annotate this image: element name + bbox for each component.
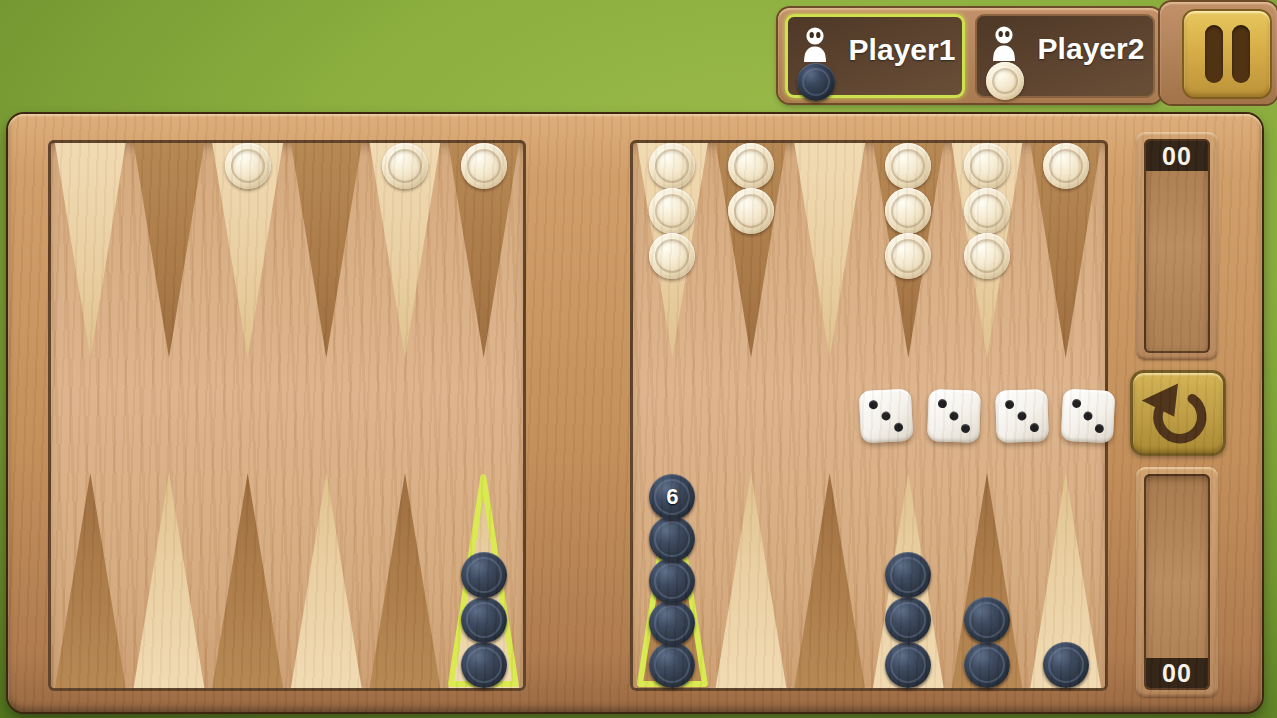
die-pip (1017, 411, 1026, 420)
borne-off-count-bottom: 00 (1146, 658, 1208, 688)
die-2-value-3 (927, 389, 981, 443)
point-top-left-3[interactable] (208, 143, 287, 358)
die-pip (961, 424, 970, 433)
quadrant-bottom-right: 6 (633, 473, 1105, 688)
point-triangle (208, 473, 287, 688)
player1-box: Player1 (785, 14, 965, 98)
die-pip (881, 411, 890, 420)
white-checker[interactable] (885, 233, 931, 279)
point-top-right-3[interactable] (790, 143, 869, 358)
point-bottom-right-2[interactable] (712, 473, 791, 688)
point-bottom-left-1[interactable] (51, 473, 130, 688)
pause-icon (1232, 25, 1250, 83)
tray-slot: 00 (1144, 474, 1210, 690)
die-pip (868, 399, 877, 408)
black-checker[interactable] (649, 600, 695, 646)
point-triangle (790, 143, 869, 358)
rotate-ccw-icon (1133, 373, 1223, 453)
point-triangle (51, 143, 130, 358)
point-top-left-6[interactable] (444, 143, 523, 358)
point-triangle (51, 473, 130, 688)
point-triangle (130, 473, 209, 688)
point-bottom-left-2[interactable] (130, 473, 209, 688)
person-icon (991, 26, 1017, 63)
player2-checker-icon (986, 62, 1024, 100)
pause-button[interactable] (1182, 9, 1272, 99)
bear-off-tray-top[interactable]: 00 (1136, 132, 1218, 360)
stack-count-badge: 6 (649, 474, 695, 520)
board: 6 00 00 (8, 114, 1262, 712)
point-bottom-left-3[interactable] (208, 473, 287, 688)
black-checker[interactable] (461, 552, 507, 598)
point-top-left-4[interactable] (287, 143, 366, 358)
point-top-right-2[interactable] (712, 143, 791, 358)
bear-off-tray-bottom[interactable]: 00 (1136, 467, 1218, 697)
black-checker[interactable] (461, 642, 507, 688)
players-panel: Player1 Player2 (778, 8, 1162, 103)
point-top-left-2[interactable] (130, 143, 209, 358)
die-4-value-3 (1061, 389, 1116, 444)
white-checker[interactable] (728, 188, 774, 234)
board-left-panel (48, 140, 526, 691)
white-checker[interactable] (461, 143, 507, 189)
backgammon-app: Player1 Player2 6 (0, 0, 1277, 718)
point-bottom-left-6[interactable] (444, 473, 523, 688)
die-1-value-3 (859, 389, 914, 444)
black-checker[interactable] (649, 642, 695, 688)
point-triangle (287, 473, 366, 688)
point-bottom-left-4[interactable] (287, 473, 366, 688)
borne-off-count-top: 00 (1146, 141, 1208, 171)
die-3-value-3 (995, 389, 1049, 443)
white-checker[interactable] (225, 143, 271, 189)
white-checker[interactable] (1043, 143, 1089, 189)
player2-name: Player2 (1033, 32, 1149, 66)
white-checker[interactable] (649, 143, 695, 189)
black-checker[interactable] (964, 597, 1010, 643)
point-triangle (366, 473, 445, 688)
point-bottom-right-5[interactable] (948, 473, 1027, 688)
die-pip (949, 411, 958, 420)
person-icon (802, 27, 828, 64)
white-checker[interactable] (885, 143, 931, 189)
white-checker[interactable] (964, 233, 1010, 279)
pause-icon (1205, 25, 1223, 83)
white-checker[interactable] (964, 188, 1010, 234)
die-pip (937, 398, 946, 407)
point-top-right-6[interactable] (1026, 143, 1105, 358)
black-checker[interactable] (885, 597, 931, 643)
white-checker[interactable] (649, 188, 695, 234)
point-triangle (712, 473, 791, 688)
black-checker[interactable] (1043, 642, 1089, 688)
point-top-left-5[interactable] (366, 143, 445, 358)
black-checker[interactable] (964, 642, 1010, 688)
die-pip (1071, 398, 1080, 407)
point-triangle (287, 143, 366, 358)
white-checker[interactable] (649, 233, 695, 279)
player1-checker-icon (797, 63, 835, 101)
player1-name: Player1 (844, 33, 960, 67)
white-checker[interactable] (885, 188, 931, 234)
black-checker[interactable] (649, 516, 695, 562)
die-pip (894, 423, 903, 432)
point-top-right-1[interactable] (633, 143, 712, 358)
point-bottom-right-4[interactable] (869, 473, 948, 688)
pause-frame (1160, 2, 1277, 104)
undo-button[interactable] (1130, 370, 1226, 456)
player2-box: Player2 (975, 14, 1155, 98)
black-checker[interactable] (461, 597, 507, 643)
white-checker[interactable] (964, 143, 1010, 189)
point-triangle (130, 143, 209, 358)
point-bottom-left-5[interactable] (366, 473, 445, 688)
white-checker[interactable] (382, 143, 428, 189)
die-pip (1083, 411, 1092, 420)
point-bottom-right-1[interactable]: 6 (633, 473, 712, 688)
tray-slot: 00 (1144, 139, 1210, 353)
die-pip (1095, 424, 1104, 433)
black-checker[interactable] (649, 558, 695, 604)
quadrant-top-right (633, 143, 1105, 358)
point-bottom-right-3[interactable] (790, 473, 869, 688)
black-checker[interactable] (885, 642, 931, 688)
point-top-right-5[interactable] (948, 143, 1027, 358)
white-checker[interactable] (728, 143, 774, 189)
die-pip (1004, 399, 1013, 408)
die-pip (1030, 423, 1039, 432)
quadrant-bottom-left (51, 473, 523, 688)
black-checker[interactable]: 6 (649, 474, 695, 520)
point-top-left-1[interactable] (51, 143, 130, 358)
point-bottom-right-6[interactable] (1026, 473, 1105, 688)
point-triangle (790, 473, 869, 688)
point-top-right-4[interactable] (869, 143, 948, 358)
quadrant-top-left (51, 143, 523, 358)
black-checker[interactable] (885, 552, 931, 598)
